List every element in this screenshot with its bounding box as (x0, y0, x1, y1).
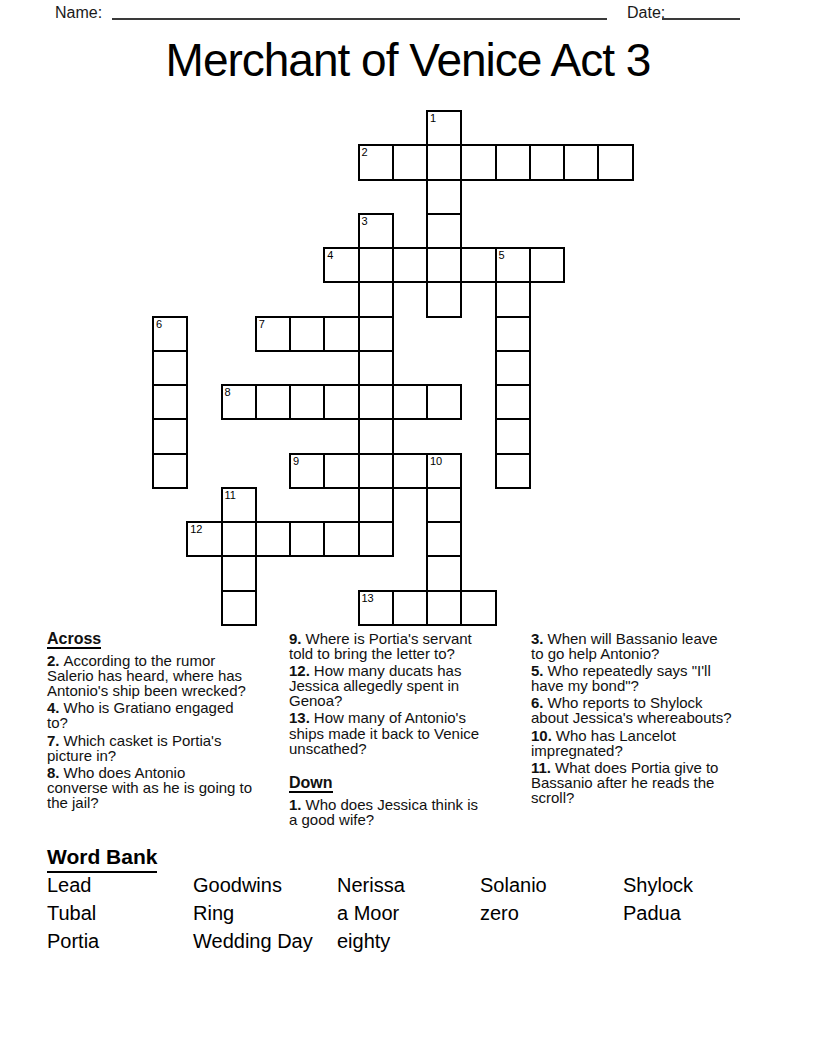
grid-cell[interactable] (289, 316, 325, 352)
grid-cell[interactable] (426, 384, 462, 420)
grid-cell[interactable] (323, 521, 359, 557)
name-label: Name: (55, 4, 102, 22)
grid-cell[interactable] (358, 384, 394, 420)
clue-number: 10 (430, 456, 442, 467)
grid-cell[interactable] (426, 487, 462, 523)
grid-cell[interactable] (426, 213, 462, 249)
clue-number: 1 (430, 113, 436, 124)
clue-number: 9 (293, 456, 299, 467)
grid-cell[interactable] (495, 281, 531, 317)
grid-cell[interactable] (529, 144, 565, 180)
worksheet-page: Name: Date: Merchant of Venice Act 3 123… (0, 0, 816, 1056)
clue-text: Who does Jessica think is a good wife? (289, 796, 478, 828)
grid-cell[interactable] (152, 350, 188, 386)
grid-cell[interactable] (289, 521, 325, 557)
clue-10: 10.Who has Lancelot impregnated? (531, 728, 781, 758)
clue-number: 13 (362, 593, 374, 604)
grid-cell[interactable] (426, 590, 462, 626)
grid-cell-2[interactable]: 2 (358, 144, 394, 180)
name-blank-line[interactable] (112, 18, 607, 20)
grid-cell-1[interactable]: 1 (426, 110, 462, 146)
grid-cell[interactable] (495, 418, 531, 454)
clue-3: 3.When will Bassanio leave to go help An… (531, 631, 781, 661)
grid-cell-9[interactable]: 9 (289, 453, 325, 489)
clue-number: 11 (225, 490, 236, 501)
clue-9: 9.Where is Portia's servant told to brin… (289, 631, 529, 661)
clue-13: 13.How many of Antonio's ships made it b… (289, 710, 529, 755)
grid-cell-10[interactable]: 10 (426, 453, 462, 489)
clue-number: 4 (327, 250, 333, 261)
clue-text: Where is Portia's servant told to bring … (289, 630, 472, 662)
grid-cell[interactable] (358, 316, 394, 352)
word-bank-word: Ring (193, 899, 337, 927)
grid-cell[interactable] (563, 144, 599, 180)
grid-cell[interactable] (495, 350, 531, 386)
clue-text: Who is Gratiano engaged to? (47, 699, 234, 731)
grid-cell[interactable] (460, 144, 496, 180)
word-bank-word: Portia (47, 927, 193, 955)
date-blank-line[interactable] (662, 18, 740, 20)
word-bank-word: Goodwins (193, 871, 337, 899)
clue-2: 2.According to the rumor Salerio has hea… (47, 653, 287, 698)
word-bank-word: Tubal (47, 899, 193, 927)
clue-column-2: 9.Where is Portia's servant told to brin… (289, 631, 529, 829)
clue-number: 3 (362, 216, 368, 227)
clue-text: According to the rumor Salerio has heard… (47, 652, 246, 699)
grid-cell[interactable] (358, 453, 394, 489)
clue-text: What does Portia give to Bassanio after … (531, 759, 718, 806)
clue-number: 7 (259, 319, 265, 330)
grid-cell[interactable] (495, 316, 531, 352)
grid-cell[interactable] (392, 453, 428, 489)
down-heading: Down (289, 775, 333, 793)
clue-8: 8.Who does Antonio converse with as he i… (47, 765, 287, 810)
grid-cell[interactable] (392, 247, 428, 283)
word-bank-word: Solanio (480, 871, 623, 899)
grid-cell[interactable] (255, 384, 291, 420)
grid-cell[interactable] (460, 247, 496, 283)
clue-text: Who repeatedly says "I'll have my bond"? (531, 662, 711, 694)
clue-12: 12.How many ducats has Jessica allegedly… (289, 663, 529, 708)
word-bank-word: eighty (337, 927, 480, 955)
grid-cell[interactable] (152, 453, 188, 489)
word-bank-word: Padua (623, 899, 787, 927)
grid-cell[interactable] (495, 453, 531, 489)
clue-number: 2 (362, 147, 368, 158)
grid-cell[interactable] (426, 555, 462, 591)
grid-cell[interactable] (426, 521, 462, 557)
grid-cell[interactable] (392, 384, 428, 420)
grid-cell[interactable] (221, 590, 257, 626)
clue-text: How many of Antonio's ships made it back… (289, 709, 479, 756)
clue-text: Who has Lancelot impregnated? (531, 727, 676, 759)
grid-cell-13[interactable]: 13 (358, 590, 394, 626)
grid-cell[interactable] (392, 590, 428, 626)
grid-cell[interactable] (597, 144, 633, 180)
date-label: Date: (627, 4, 665, 22)
grid-cell[interactable] (358, 487, 394, 523)
grid-cell[interactable] (358, 281, 394, 317)
clue-number: 8 (225, 387, 231, 398)
clue-number: 12 (190, 524, 202, 535)
grid-cell[interactable] (221, 555, 257, 591)
grid-cell-8[interactable]: 8 (221, 384, 257, 420)
clue-11: 11.What does Portia give to Bassanio aft… (531, 760, 781, 805)
clue-text: When will Bassanio leave to go help Anto… (531, 630, 718, 662)
word-bank-word: Shylock (623, 871, 787, 899)
grid-cell[interactable] (392, 144, 428, 180)
grid-cell-7[interactable]: 7 (255, 316, 291, 352)
grid-cell[interactable] (358, 521, 394, 557)
clue-text: How many ducats has Jessica allegedly sp… (289, 662, 461, 709)
clue-column-1: Across2.According to the rumor Salerio h… (47, 631, 287, 812)
grid-cell[interactable] (323, 453, 359, 489)
grid-cell[interactable] (426, 144, 462, 180)
word-bank-words: LeadGoodwinsNerissaSolanioShylockTubalRi… (47, 871, 787, 955)
clue-6: 6.Who reports to Shylock about Jessica's… (531, 695, 781, 725)
word-bank-word: zero (480, 899, 623, 927)
grid-cell[interactable] (323, 316, 359, 352)
grid-cell[interactable] (495, 144, 531, 180)
grid-cell-5[interactable]: 5 (495, 247, 531, 283)
word-bank-word: Wedding Day (193, 927, 337, 955)
clue-text: Which casket is Portia's picture in? (47, 732, 221, 764)
grid-cell-12[interactable]: 12 (186, 521, 222, 557)
grid-cell[interactable] (426, 179, 462, 215)
clue-column-3: 3.When will Bassanio leave to go help An… (531, 631, 781, 807)
grid-cell[interactable] (255, 521, 291, 557)
grid-cell-4[interactable]: 4 (323, 247, 359, 283)
word-bank-heading: Word Bank (47, 845, 157, 873)
grid-cell[interactable] (289, 384, 325, 420)
grid-cell[interactable] (495, 384, 531, 420)
across-heading: Across (47, 631, 101, 649)
grid-cell[interactable] (152, 384, 188, 420)
grid-cell[interactable] (358, 350, 394, 386)
clue-7: 7.Which casket is Portia's picture in? (47, 733, 287, 763)
clue-text: Who does Antonio converse with as he is … (47, 764, 252, 811)
grid-cell[interactable] (426, 247, 462, 283)
grid-cell[interactable] (323, 384, 359, 420)
clue-number: 6 (156, 319, 162, 330)
clue-4: 4.Who is Gratiano engaged to? (47, 700, 287, 730)
word-bank-word: a Moor (337, 899, 480, 927)
grid-cell[interactable] (358, 247, 394, 283)
grid-cell[interactable] (426, 281, 462, 317)
grid-cell[interactable] (529, 247, 565, 283)
grid-cell-11[interactable]: 11 (221, 487, 257, 523)
word-bank-word: Nerissa (337, 871, 480, 899)
grid-cell[interactable] (460, 590, 496, 626)
clue-number: 5 (499, 250, 505, 261)
page-title: Merchant of Venice Act 3 (0, 33, 816, 87)
clue-text: Who reports to Shylock about Jessica's w… (531, 694, 732, 726)
grid-cell[interactable] (358, 418, 394, 454)
clue-1: 1.Who does Jessica think is a good wife? (289, 797, 529, 827)
grid-cell-6[interactable]: 6 (152, 316, 188, 352)
grid-cell[interactable] (152, 418, 188, 454)
clue-5: 5.Who repeatedly says "I'll have my bond… (531, 663, 781, 693)
grid-cell[interactable] (221, 521, 257, 557)
grid-cell-3[interactable]: 3 (358, 213, 394, 249)
word-bank-word: Lead (47, 871, 193, 899)
